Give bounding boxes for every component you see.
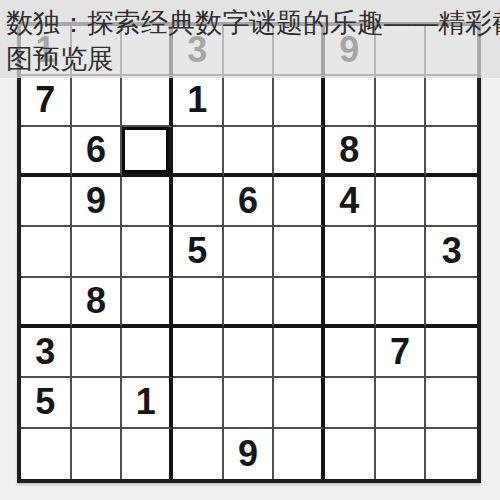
cell-r3c7[interactable]: 8 [325,127,376,177]
cell-r7c5[interactable] [224,328,275,378]
title-overlay: 数独：探索经典数字谜题的乐趣——精彩截 图预览展 [0,0,500,78]
cell-r6c6[interactable] [274,278,325,328]
cell-r2c3[interactable] [122,76,173,126]
cell-r4c4[interactable] [173,177,224,227]
cell-r2c4[interactable]: 1 [173,76,224,126]
cell-r9c4[interactable] [173,429,224,479]
cell-r9c9[interactable] [426,429,477,479]
cell-r4c1[interactable] [21,177,72,227]
cell-r3c8[interactable] [376,127,427,177]
cell-r8c9[interactable] [426,378,477,428]
cell-r5c4[interactable]: 5 [173,227,224,277]
cell-r4c7[interactable]: 4 [325,177,376,227]
cell-r5c1[interactable] [21,227,72,277]
cell-r8c4[interactable] [173,378,224,428]
cell-r2c6[interactable] [274,76,325,126]
cell-r6c4[interactable] [173,278,224,328]
cell-r4c9[interactable] [426,177,477,227]
cell-r6c3[interactable] [122,278,173,328]
title-line-2: 图预览展 [6,41,495,77]
cell-r3c1[interactable] [21,127,72,177]
cell-r8c3[interactable]: 1 [122,378,173,428]
cell-r5c2[interactable] [72,227,123,277]
cell-r8c2[interactable] [72,378,123,428]
cell-r5c8[interactable] [376,227,427,277]
cell-r4c6[interactable] [274,177,325,227]
cell-r4c3[interactable] [122,177,173,227]
cell-r9c2[interactable] [72,429,123,479]
cell-r9c1[interactable] [21,429,72,479]
cell-r2c5[interactable] [224,76,275,126]
cell-r3c2[interactable]: 6 [72,127,123,177]
cell-r5c3[interactable] [122,227,173,277]
cell-r5c9[interactable]: 3 [426,227,477,277]
cell-r3c5[interactable] [224,127,275,177]
cell-r9c3[interactable] [122,429,173,479]
cell-r7c7[interactable] [325,328,376,378]
cell-r3c4[interactable] [173,127,224,177]
cell-r5c5[interactable] [224,227,275,277]
cell-r9c7[interactable] [325,429,376,479]
cell-r2c9[interactable] [426,76,477,126]
cell-r8c8[interactable] [376,378,427,428]
cell-r7c2[interactable] [72,328,123,378]
cell-r2c8[interactable] [376,76,427,126]
cell-r6c9[interactable] [426,278,477,328]
cell-r6c5[interactable] [224,278,275,328]
cell-r8c5[interactable] [224,378,275,428]
cell-r9c5[interactable]: 9 [224,429,275,479]
cell-r6c8[interactable] [376,278,427,328]
sudoku-board: 139716896453837519 [17,22,481,483]
cell-r8c7[interactable] [325,378,376,428]
cell-r3c3[interactable] [122,127,173,177]
cell-r7c9[interactable] [426,328,477,378]
cell-r9c6[interactable] [274,429,325,479]
title-line-1: 数独：探索经典数字谜题的乐趣——精彩截 [6,5,495,41]
cell-r7c8[interactable]: 7 [376,328,427,378]
page: 139716896453837519 数独：探索经典数字谜题的乐趣——精彩截 图… [0,0,500,500]
cell-r7c3[interactable] [122,328,173,378]
cell-r8c6[interactable] [274,378,325,428]
cell-r3c9[interactable] [426,127,477,177]
cell-r7c1[interactable]: 3 [21,328,72,378]
cell-r6c1[interactable] [21,278,72,328]
cell-r4c2[interactable]: 9 [72,177,123,227]
cell-r4c5[interactable]: 6 [224,177,275,227]
cell-r5c7[interactable] [325,227,376,277]
cell-r4c8[interactable] [376,177,427,227]
cell-r8c1[interactable]: 5 [21,378,72,428]
cell-r2c2[interactable] [72,76,123,126]
cell-r7c6[interactable] [274,328,325,378]
cell-r3c6[interactable] [274,127,325,177]
cell-r5c6[interactable] [274,227,325,277]
cell-r9c8[interactable] [376,429,427,479]
cell-r7c4[interactable] [173,328,224,378]
cell-r2c7[interactable] [325,76,376,126]
cell-r2c1[interactable]: 7 [21,76,72,126]
cell-r6c2[interactable]: 8 [72,278,123,328]
cell-r6c7[interactable] [325,278,376,328]
